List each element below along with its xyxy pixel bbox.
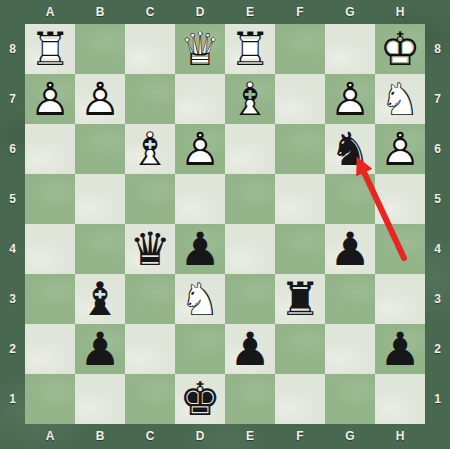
square-a1[interactable] [25, 374, 75, 424]
square-f1[interactable] [275, 374, 325, 424]
piece-outline-layer: ♙ [75, 74, 125, 124]
square-c7[interactable] [125, 74, 175, 124]
piece-glyph: ♟ [75, 324, 125, 374]
square-g1[interactable] [325, 374, 375, 424]
file-label-f: F [275, 0, 325, 24]
square-e4[interactable] [225, 224, 275, 274]
piece-white-rook[interactable]: ♜♖ [25, 24, 75, 74]
piece-black-pawn[interactable]: ♟ [75, 324, 125, 374]
rank-label-4: 4 [425, 224, 450, 274]
square-a4[interactable] [25, 224, 75, 274]
square-f7[interactable] [275, 74, 325, 124]
square-g3[interactable] [325, 274, 375, 324]
square-g8[interactable] [325, 24, 375, 74]
piece-outline-layer: ♙ [325, 74, 375, 124]
piece-fill-layer: ♚ [375, 24, 425, 74]
piece-outline-layer: ♕ [175, 24, 225, 74]
piece-outline-layer: ♘ [375, 74, 425, 124]
piece-white-pawn[interactable]: ♟♙ [325, 74, 375, 124]
piece-black-pawn[interactable]: ♟ [375, 324, 425, 374]
square-a6[interactable] [25, 124, 75, 174]
square-e7[interactable]: ♝♗ [225, 74, 275, 124]
piece-black-queen[interactable]: ♛ [125, 224, 175, 274]
piece-black-pawn[interactable]: ♟ [225, 324, 275, 374]
square-h4[interactable] [375, 224, 425, 274]
piece-glyph: ♚ [175, 374, 225, 424]
piece-fill-layer: ♝ [225, 74, 275, 124]
rank-label-1: 1 [0, 374, 25, 424]
square-b4[interactable] [75, 224, 125, 274]
piece-fill-layer: ♞ [175, 274, 225, 324]
piece-fill-layer: ♟ [75, 74, 125, 124]
piece-fill-layer: ♝ [125, 124, 175, 174]
piece-white-knight[interactable]: ♞♘ [175, 274, 225, 324]
square-g5[interactable] [325, 174, 375, 224]
file-label-c: C [125, 424, 175, 449]
square-b5[interactable] [75, 174, 125, 224]
square-h1[interactable] [375, 374, 425, 424]
file-label-b: B [75, 424, 125, 449]
square-e2[interactable]: ♟ [225, 324, 275, 374]
piece-white-rook[interactable]: ♜♖ [225, 24, 275, 74]
piece-black-bishop[interactable]: ♝ [75, 274, 125, 324]
square-f5[interactable] [275, 174, 325, 224]
rank-label-2: 2 [425, 324, 450, 374]
square-g2[interactable] [325, 324, 375, 374]
rank-labels-right: 87654321 [425, 24, 450, 424]
square-g7[interactable]: ♟♙ [325, 74, 375, 124]
piece-white-pawn[interactable]: ♟♙ [75, 74, 125, 124]
piece-outline-layer: ♖ [25, 24, 75, 74]
rank-label-7: 7 [0, 74, 25, 124]
piece-fill-layer: ♛ [175, 24, 225, 74]
piece-fill-layer: ♟ [175, 124, 225, 174]
square-b6[interactable] [75, 124, 125, 174]
square-b1[interactable] [75, 374, 125, 424]
piece-fill-layer: ♟ [375, 124, 425, 174]
file-label-c: C [125, 0, 175, 24]
square-b8[interactable] [75, 24, 125, 74]
square-d8[interactable]: ♛♕ [175, 24, 225, 74]
piece-glyph: ♟ [225, 324, 275, 374]
file-label-f: F [275, 424, 325, 449]
square-h7[interactable]: ♞♘ [375, 74, 425, 124]
square-e1[interactable] [225, 374, 275, 424]
rank-label-5: 5 [425, 174, 450, 224]
piece-glyph: ♛ [125, 224, 175, 274]
square-h5[interactable] [375, 174, 425, 224]
square-c2[interactable] [125, 324, 175, 374]
file-label-e: E [225, 424, 275, 449]
square-h6[interactable]: ♟♙ [375, 124, 425, 174]
rank-label-3: 3 [425, 274, 450, 324]
square-h2[interactable]: ♟ [375, 324, 425, 374]
board-frame: ABCDEFGH ABCDEFGH 87654321 87654321 ♜♖♛♕… [0, 0, 450, 449]
square-d1[interactable]: ♚ [175, 374, 225, 424]
rank-label-6: 6 [425, 124, 450, 174]
square-c5[interactable] [125, 174, 175, 224]
piece-glyph: ♟ [325, 224, 375, 274]
square-f3[interactable]: ♜ [275, 274, 325, 324]
piece-fill-layer: ♜ [25, 24, 75, 74]
chess-board: ♜♖♛♕♜♖♚♔♟♙♟♙♝♗♟♙♞♘♝♗♟♙♞♟♙♛♟♟♝♞♘♜♟♟♟♚ [25, 24, 425, 424]
square-c1[interactable] [125, 374, 175, 424]
piece-fill-layer: ♜ [225, 24, 275, 74]
piece-glyph: ♜ [275, 274, 325, 324]
square-a2[interactable] [25, 324, 75, 374]
square-c8[interactable] [125, 24, 175, 74]
rank-label-1: 1 [425, 374, 450, 424]
file-labels-bottom: ABCDEFGH [25, 424, 425, 449]
piece-outline-layer: ♘ [175, 274, 225, 324]
piece-white-pawn[interactable]: ♟♙ [375, 124, 425, 174]
square-c6[interactable]: ♝♗ [125, 124, 175, 174]
piece-outline-layer: ♔ [375, 24, 425, 74]
piece-white-bishop[interactable]: ♝♗ [225, 74, 275, 124]
rank-label-6: 6 [0, 124, 25, 174]
piece-white-knight[interactable]: ♞♘ [375, 74, 425, 124]
file-label-h: H [375, 0, 425, 24]
square-a7[interactable]: ♟♙ [25, 74, 75, 124]
file-label-d: D [175, 424, 225, 449]
file-label-e: E [225, 0, 275, 24]
rank-label-2: 2 [0, 324, 25, 374]
piece-black-pawn[interactable]: ♟ [175, 224, 225, 274]
piece-black-rook[interactable]: ♜ [275, 274, 325, 324]
piece-white-queen[interactable]: ♛♕ [175, 24, 225, 74]
file-label-g: G [325, 424, 375, 449]
square-f4[interactable] [275, 224, 325, 274]
rank-label-4: 4 [0, 224, 25, 274]
piece-outline-layer: ♙ [25, 74, 75, 124]
file-label-g: G [325, 0, 375, 24]
square-g6[interactable]: ♞ [325, 124, 375, 174]
rank-label-7: 7 [425, 74, 450, 124]
file-label-h: H [375, 424, 425, 449]
piece-fill-layer: ♟ [325, 74, 375, 124]
square-c4[interactable]: ♛ [125, 224, 175, 274]
square-a3[interactable] [25, 274, 75, 324]
square-e5[interactable] [225, 174, 275, 224]
square-b7[interactable]: ♟♙ [75, 74, 125, 124]
square-a8[interactable]: ♜♖ [25, 24, 75, 74]
square-c3[interactable] [125, 274, 175, 324]
square-f8[interactable] [275, 24, 325, 74]
square-b2[interactable]: ♟ [75, 324, 125, 374]
piece-white-king[interactable]: ♚♔ [375, 24, 425, 74]
square-d2[interactable] [175, 324, 225, 374]
file-label-a: A [25, 0, 75, 24]
rank-label-8: 8 [0, 24, 25, 74]
piece-white-pawn[interactable]: ♟♙ [25, 74, 75, 124]
square-h3[interactable] [375, 274, 425, 324]
rank-label-3: 3 [0, 274, 25, 324]
piece-glyph: ♟ [375, 324, 425, 374]
square-a5[interactable] [25, 174, 75, 224]
piece-outline-layer: ♙ [175, 124, 225, 174]
piece-outline-layer: ♗ [125, 124, 175, 174]
piece-black-knight[interactable]: ♞ [325, 124, 375, 174]
piece-glyph: ♟ [175, 224, 225, 274]
square-g4[interactable]: ♟ [325, 224, 375, 274]
square-b3[interactable]: ♝ [75, 274, 125, 324]
square-d6[interactable]: ♟♙ [175, 124, 225, 174]
piece-outline-layer: ♖ [225, 24, 275, 74]
square-h8[interactable]: ♚♔ [375, 24, 425, 74]
rank-labels-left: 87654321 [0, 24, 25, 424]
square-d3[interactable]: ♞♘ [175, 274, 225, 324]
piece-black-king[interactable]: ♚ [175, 374, 225, 424]
file-label-b: B [75, 0, 125, 24]
square-e3[interactable] [225, 274, 275, 324]
rank-label-8: 8 [425, 24, 450, 74]
file-label-d: D [175, 0, 225, 24]
piece-white-bishop[interactable]: ♝♗ [125, 124, 175, 174]
square-e6[interactable] [225, 124, 275, 174]
square-d7[interactable] [175, 74, 225, 124]
rank-label-5: 5 [0, 174, 25, 224]
square-f6[interactable] [275, 124, 325, 174]
piece-white-pawn[interactable]: ♟♙ [175, 124, 225, 174]
square-f2[interactable] [275, 324, 325, 374]
piece-outline-layer: ♙ [375, 124, 425, 174]
piece-outline-layer: ♗ [225, 74, 275, 124]
piece-glyph: ♝ [75, 274, 125, 324]
piece-black-pawn[interactable]: ♟ [325, 224, 375, 274]
piece-glyph: ♞ [325, 124, 375, 174]
square-d5[interactable] [175, 174, 225, 224]
square-d4[interactable]: ♟ [175, 224, 225, 274]
file-label-a: A [25, 424, 75, 449]
piece-fill-layer: ♟ [25, 74, 75, 124]
square-e8[interactable]: ♜♖ [225, 24, 275, 74]
file-labels-top: ABCDEFGH [25, 0, 425, 24]
piece-fill-layer: ♞ [375, 74, 425, 124]
